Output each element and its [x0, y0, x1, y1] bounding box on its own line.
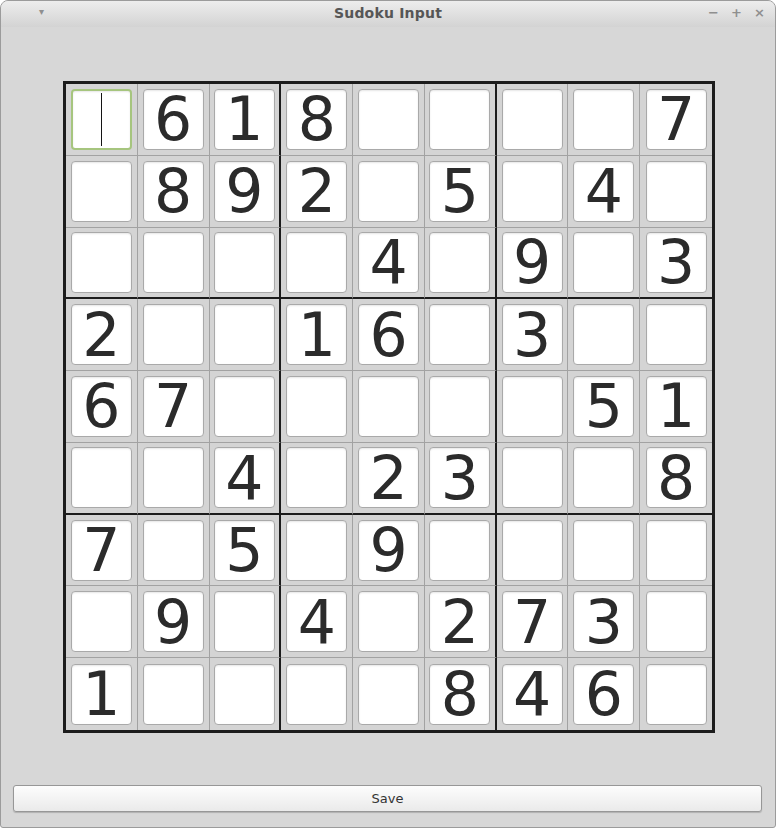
cell-entry[interactable]: 7 [143, 376, 204, 437]
sudoku-cell-r4c6[interactable] [425, 299, 497, 371]
cell-entry[interactable]: 3 [646, 232, 707, 293]
sudoku-cell-r9c9[interactable] [640, 658, 712, 730]
sudoku-cell-r8c8[interactable]: 3 [568, 586, 640, 658]
cell-entry[interactable] [286, 447, 347, 508]
cell-entry[interactable] [214, 376, 275, 437]
cell-entry[interactable]: 1 [286, 304, 347, 365]
sudoku-cell-r1c4[interactable]: 8 [281, 84, 353, 156]
sudoku-cell-r2c5[interactable] [353, 156, 425, 228]
cell-entry[interactable] [573, 447, 634, 508]
sudoku-cell-r7c2[interactable] [138, 515, 210, 587]
cell-digit: 1 [82, 664, 120, 724]
sudoku-cell-r6c8[interactable] [568, 443, 640, 515]
cell-entry[interactable]: 3 [573, 591, 634, 652]
cell-digit: 3 [657, 232, 695, 292]
cell-entry[interactable]: 2 [286, 161, 347, 222]
cell-digit: 4 [513, 664, 551, 724]
cell-entry[interactable]: 1 [71, 664, 132, 725]
cell-entry[interactable]: 3 [502, 304, 563, 365]
sudoku-cell-r2c4[interactable]: 2 [281, 156, 353, 228]
cell-entry[interactable] [358, 161, 419, 222]
minimize-button[interactable]: − [706, 5, 721, 20]
sudoku-cell-r3c8[interactable] [568, 228, 640, 300]
sudoku-cell-r1c9[interactable]: 7 [640, 84, 712, 156]
sudoku-cell-r9c3[interactable] [210, 658, 282, 730]
sudoku-cell-r8c6[interactable]: 2 [425, 586, 497, 658]
cell-entry[interactable]: 8 [286, 89, 347, 150]
sudoku-cell-r4c9[interactable] [640, 299, 712, 371]
cell-entry[interactable] [71, 447, 132, 508]
cell-digit: 4 [585, 161, 623, 221]
cell-digit: 5 [585, 376, 623, 436]
sudoku-board: 618789254493216367514238759942731846 [63, 81, 715, 733]
sudoku-cell-r8c9[interactable] [640, 586, 712, 658]
cell-entry[interactable] [143, 520, 204, 581]
cell-entry[interactable]: 4 [573, 161, 634, 222]
sudoku-cell-r8c5[interactable] [353, 586, 425, 658]
cell-entry[interactable] [286, 664, 347, 725]
sudoku-cell-r4c5[interactable]: 6 [353, 299, 425, 371]
cell-entry[interactable] [214, 591, 275, 652]
cell-digit: 6 [154, 89, 192, 149]
sudoku-cell-r4c3[interactable] [210, 299, 282, 371]
cell-digit: 9 [154, 592, 192, 652]
cell-entry[interactable] [429, 304, 490, 365]
cell-digit: 4 [369, 232, 407, 292]
sudoku-cell-r2c6[interactable]: 5 [425, 156, 497, 228]
sudoku-cell-r3c7[interactable]: 9 [497, 228, 569, 300]
sudoku-input-window: ▾ Sudoku Input − + × 6187892544932163675… [0, 0, 776, 828]
cell-digit: 3 [585, 592, 623, 652]
sudoku-cell-r6c3[interactable]: 4 [210, 443, 282, 515]
cell-entry[interactable]: 4 [502, 664, 563, 725]
maximize-button[interactable]: + [729, 5, 744, 20]
sudoku-cell-r5c9[interactable]: 1 [640, 371, 712, 443]
cell-entry[interactable] [71, 161, 132, 222]
cell-entry[interactable] [143, 232, 204, 293]
cell-entry[interactable] [286, 232, 347, 293]
cell-digit: 8 [154, 161, 192, 221]
cell-digit: 4 [298, 592, 336, 652]
sudoku-cell-r5c4[interactable] [281, 371, 353, 443]
window-controls: − + × [706, 5, 767, 20]
sudoku-cell-r5c3[interactable] [210, 371, 282, 443]
cell-entry[interactable]: 8 [429, 664, 490, 725]
cell-entry[interactable] [214, 232, 275, 293]
sudoku-cell-r9c6[interactable]: 8 [425, 658, 497, 730]
sudoku-cell-r2c8[interactable]: 4 [568, 156, 640, 228]
sudoku-cell-r1c1[interactable] [66, 84, 138, 156]
sudoku-cell-r8c3[interactable] [210, 586, 282, 658]
sudoku-cell-r6c6[interactable]: 3 [425, 443, 497, 515]
cell-entry[interactable] [71, 591, 132, 652]
sudoku-cell-r8c2[interactable]: 9 [138, 586, 210, 658]
sudoku-cell-r7c3[interactable]: 5 [210, 515, 282, 587]
cell-entry[interactable]: 2 [429, 591, 490, 652]
sudoku-cell-r3c2[interactable] [138, 228, 210, 300]
cell-entry[interactable] [358, 664, 419, 725]
cell-entry[interactable] [573, 89, 634, 150]
cell-digit: 2 [369, 448, 407, 508]
sudoku-cell-r6c1[interactable] [66, 443, 138, 515]
sudoku-cell-r7c8[interactable] [568, 515, 640, 587]
sudoku-cell-r7c7[interactable] [497, 515, 569, 587]
cell-entry[interactable] [143, 664, 204, 725]
cell-digit: 5 [225, 520, 263, 580]
cell-digit: 4 [225, 448, 263, 508]
sudoku-cell-r6c5[interactable]: 2 [353, 443, 425, 515]
close-button[interactable]: × [752, 5, 767, 20]
cell-entry[interactable] [286, 520, 347, 581]
sudoku-cell-r9c5[interactable] [353, 658, 425, 730]
cell-digit: 7 [513, 592, 551, 652]
cell-digit: 7 [657, 89, 695, 149]
cell-entry[interactable]: 2 [358, 447, 419, 508]
sudoku-cell-r6c2[interactable] [138, 443, 210, 515]
cell-digit: 8 [657, 448, 695, 508]
sudoku-cell-r4c8[interactable] [568, 299, 640, 371]
cell-entry[interactable] [429, 520, 490, 581]
cell-entry[interactable]: 6 [358, 304, 419, 365]
cell-entry[interactable] [646, 161, 707, 222]
cell-entry[interactable] [502, 89, 563, 150]
cell-entry[interactable] [429, 376, 490, 437]
sudoku-cell-r2c1[interactable] [66, 156, 138, 228]
sudoku-cell-r9c7[interactable]: 4 [497, 658, 569, 730]
sudoku-cell-r3c1[interactable] [66, 228, 138, 300]
cell-entry[interactable] [214, 664, 275, 725]
cell-entry[interactable] [573, 304, 634, 365]
cell-entry[interactable]: 4 [214, 447, 275, 508]
cell-digit: 9 [513, 232, 551, 292]
sudoku-cell-r3c4[interactable] [281, 228, 353, 300]
sudoku-cell-r9c4[interactable] [281, 658, 353, 730]
cell-entry-focused[interactable] [71, 89, 132, 150]
sudoku-cell-r7c6[interactable] [425, 515, 497, 587]
cell-entry[interactable] [429, 89, 490, 150]
cell-entry[interactable]: 1 [646, 376, 707, 437]
cell-entry[interactable] [646, 304, 707, 365]
cell-entry[interactable]: 6 [573, 664, 634, 725]
cell-digit: 1 [298, 305, 336, 365]
sudoku-cell-r4c2[interactable] [138, 299, 210, 371]
cell-entry[interactable]: 5 [573, 376, 634, 437]
window-title: Sudoku Input [1, 5, 775, 21]
cell-digit: 6 [585, 664, 623, 724]
sudoku-cell-r2c2[interactable]: 8 [138, 156, 210, 228]
cell-entry[interactable]: 9 [358, 520, 419, 581]
cell-entry[interactable]: 3 [429, 447, 490, 508]
sudoku-cell-r5c5[interactable] [353, 371, 425, 443]
cell-entry[interactable] [573, 520, 634, 581]
sudoku-cell-r7c5[interactable]: 9 [353, 515, 425, 587]
cell-digit: 7 [154, 376, 192, 436]
sudoku-cell-r9c1[interactable]: 1 [66, 658, 138, 730]
sudoku-cell-r1c6[interactable] [425, 84, 497, 156]
sudoku-cell-r7c1[interactable]: 7 [66, 515, 138, 587]
cell-entry[interactable] [502, 520, 563, 581]
cell-entry[interactable]: 5 [429, 161, 490, 222]
cell-digit: 5 [441, 161, 479, 221]
cell-digit: 2 [441, 592, 479, 652]
sudoku-cell-r2c7[interactable] [497, 156, 569, 228]
cell-digit: 2 [82, 305, 120, 365]
sudoku-cell-r5c8[interactable]: 5 [568, 371, 640, 443]
sudoku-cell-r1c8[interactable] [568, 84, 640, 156]
cell-digit: 9 [369, 520, 407, 580]
cell-digit: 6 [369, 305, 407, 365]
sudoku-cell-r8c4[interactable]: 4 [281, 586, 353, 658]
cell-digit: 8 [441, 664, 479, 724]
sudoku-cell-r9c2[interactable] [138, 658, 210, 730]
sudoku-cell-r3c3[interactable] [210, 228, 282, 300]
cell-entry[interactable] [429, 232, 490, 293]
cell-entry[interactable]: 4 [358, 232, 419, 293]
sudoku-cell-r2c9[interactable] [640, 156, 712, 228]
cell-digit: 8 [298, 89, 336, 149]
cell-entry[interactable] [646, 664, 707, 725]
sudoku-cell-r6c9[interactable]: 8 [640, 443, 712, 515]
sudoku-cell-r8c1[interactable] [66, 586, 138, 658]
cell-entry[interactable] [502, 447, 563, 508]
sudoku-cell-r3c6[interactable] [425, 228, 497, 300]
cell-digit: 7 [82, 520, 120, 580]
cell-entry[interactable] [71, 232, 132, 293]
sudoku-cell-r3c9[interactable]: 3 [640, 228, 712, 300]
sudoku-cell-r1c7[interactable] [497, 84, 569, 156]
cell-entry[interactable]: 1 [214, 89, 275, 150]
sudoku-cell-r5c1[interactable]: 6 [66, 371, 138, 443]
cell-entry[interactable] [502, 161, 563, 222]
sudoku-cell-r7c4[interactable] [281, 515, 353, 587]
sudoku-cell-r2c3[interactable]: 9 [210, 156, 282, 228]
cell-digit: 9 [225, 161, 263, 221]
cell-digit: 3 [441, 448, 479, 508]
cell-digit: 1 [657, 376, 695, 436]
cell-digit: 3 [513, 305, 551, 365]
sudoku-cell-r4c1[interactable]: 2 [66, 299, 138, 371]
cell-entry[interactable]: 7 [71, 520, 132, 581]
cell-entry[interactable]: 4 [286, 591, 347, 652]
cell-entry[interactable]: 9 [143, 591, 204, 652]
cell-entry[interactable] [573, 232, 634, 293]
sudoku-cell-r3c5[interactable]: 4 [353, 228, 425, 300]
cell-entry[interactable] [286, 376, 347, 437]
cell-entry[interactable] [502, 376, 563, 437]
text-cursor [101, 93, 102, 146]
cell-entry[interactable] [646, 520, 707, 581]
cell-entry[interactable]: 8 [143, 161, 204, 222]
sudoku-cell-r5c7[interactable] [497, 371, 569, 443]
cell-entry[interactable] [646, 591, 707, 652]
cell-entry[interactable]: 7 [646, 89, 707, 150]
sudoku-cell-r1c5[interactable] [353, 84, 425, 156]
cell-entry[interactable]: 6 [143, 89, 204, 150]
sudoku-cell-r1c2[interactable]: 6 [138, 84, 210, 156]
save-button[interactable]: Save [13, 785, 762, 812]
cell-entry[interactable] [358, 89, 419, 150]
cell-entry[interactable]: 6 [71, 376, 132, 437]
sudoku-cell-r5c6[interactable] [425, 371, 497, 443]
cell-digit: 2 [298, 161, 336, 221]
cell-entry[interactable] [214, 304, 275, 365]
cell-entry[interactable] [143, 447, 204, 508]
sudoku-cell-r8c7[interactable]: 7 [497, 586, 569, 658]
cell-entry[interactable]: 2 [71, 304, 132, 365]
sudoku-cell-r9c8[interactable]: 6 [568, 658, 640, 730]
sudoku-cell-r6c7[interactable] [497, 443, 569, 515]
cell-entry[interactable]: 9 [502, 232, 563, 293]
cell-entry[interactable] [143, 304, 204, 365]
cell-entry[interactable]: 9 [214, 161, 275, 222]
cell-entry[interactable]: 7 [502, 591, 563, 652]
sudoku-cell-r5c2[interactable]: 7 [138, 371, 210, 443]
cell-entry[interactable] [358, 591, 419, 652]
sudoku-cell-r6c4[interactable] [281, 443, 353, 515]
sudoku-cell-r1c3[interactable]: 1 [210, 84, 282, 156]
sudoku-cell-r7c9[interactable] [640, 515, 712, 587]
cell-entry[interactable] [358, 376, 419, 437]
cell-entry[interactable]: 5 [214, 520, 275, 581]
cell-digit: 1 [225, 89, 263, 149]
sudoku-cell-r4c4[interactable]: 1 [281, 299, 353, 371]
cell-entry[interactable]: 8 [646, 447, 707, 508]
cell-digit: 6 [82, 376, 120, 436]
sudoku-cell-r4c7[interactable]: 3 [497, 299, 569, 371]
titlebar[interactable]: ▾ Sudoku Input − + × [1, 1, 775, 27]
